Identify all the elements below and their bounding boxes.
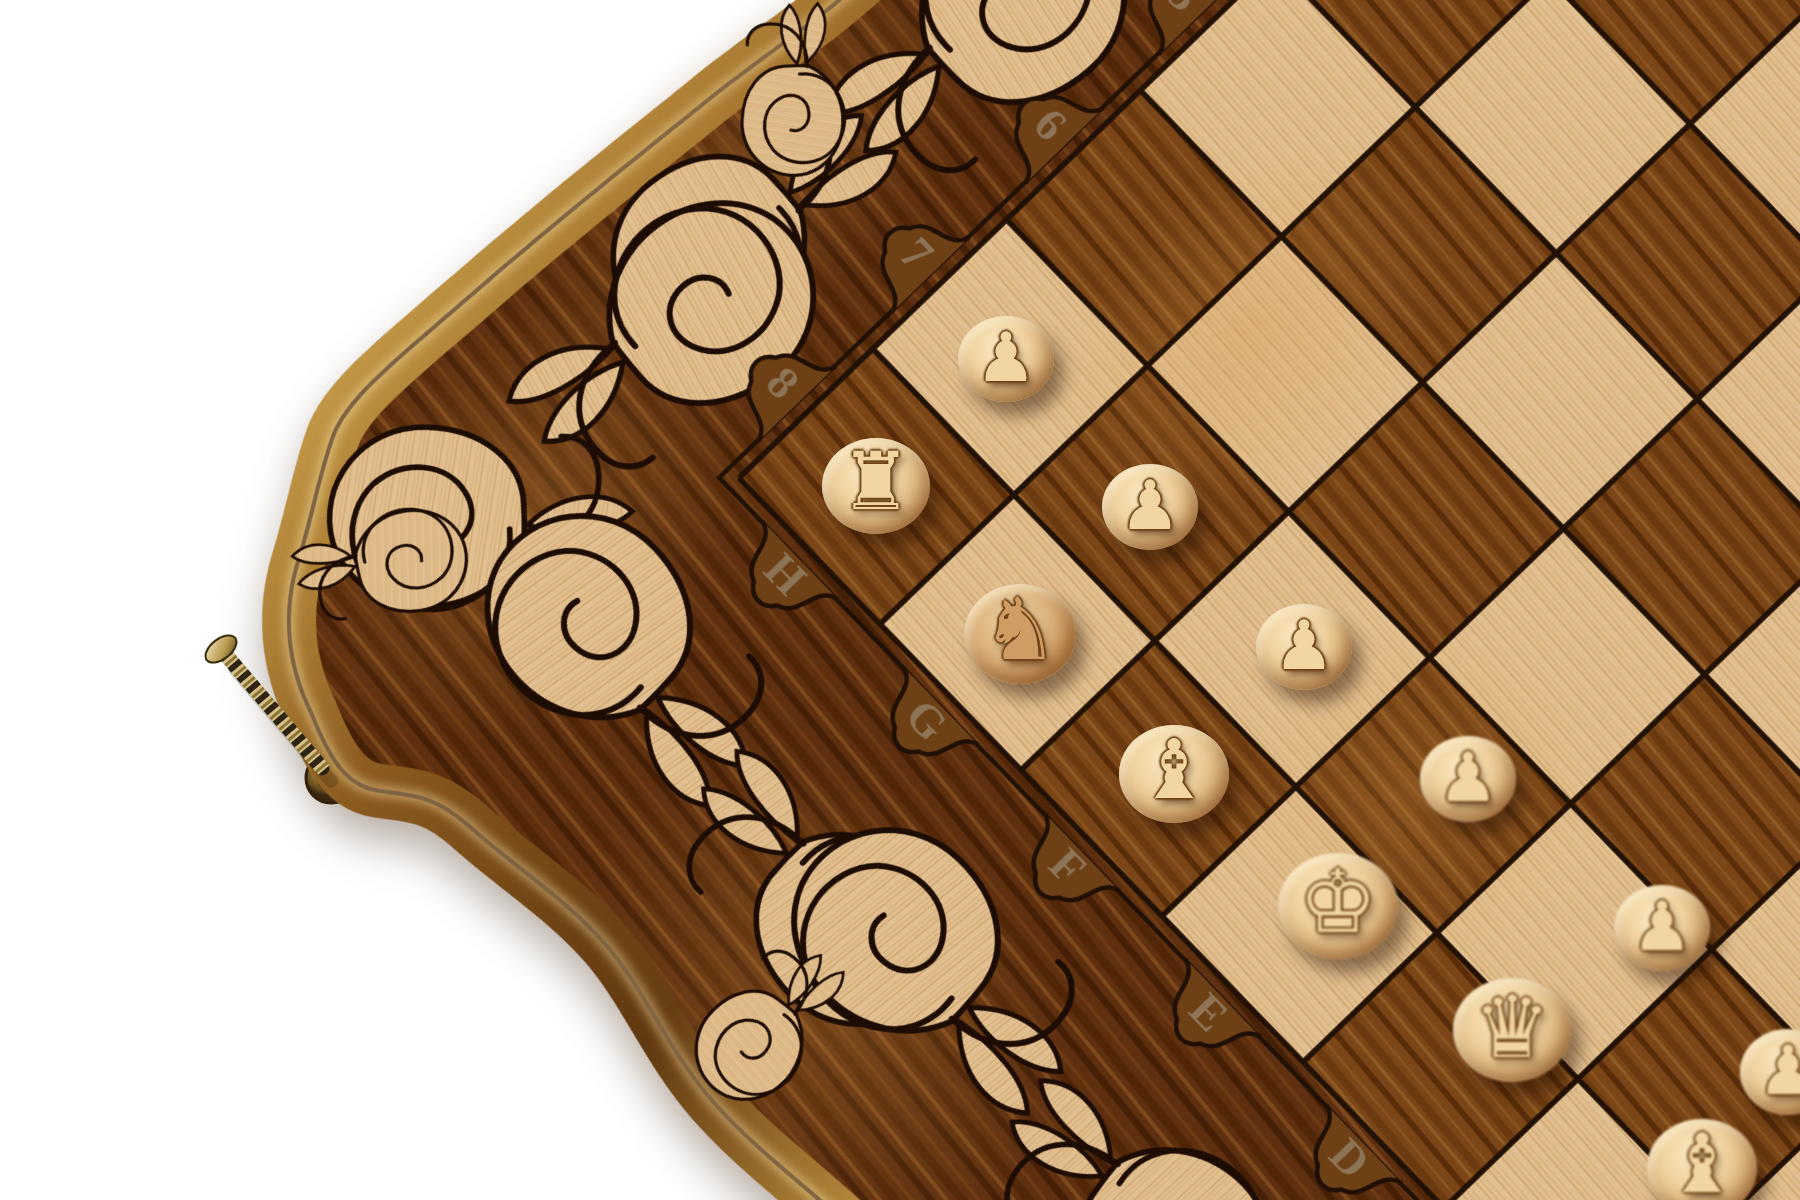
brass-latch[interactable]	[150, 595, 390, 815]
knight-glyph: ♞	[981, 586, 1058, 672]
rook-glyph: ♜	[840, 442, 912, 522]
piece-e8-king[interactable]: ♚	[1278, 853, 1398, 959]
piece-g8-knight[interactable]: ♞	[964, 584, 1076, 684]
piece-h7-pawn[interactable]: ♟	[958, 316, 1054, 402]
piece-d7-pawn[interactable]: ♟	[1614, 885, 1710, 971]
pawn-glyph: ♟	[1632, 893, 1693, 961]
pawn-glyph: ♟	[1120, 472, 1181, 540]
photo-canvas: 8 7 6 5 H G F E D ♟♜♟♞♟♝♟♚♟♛♟♝	[0, 0, 1800, 1200]
king-glyph: ♚	[1299, 858, 1378, 946]
piece-f7-pawn[interactable]: ♟	[1256, 604, 1352, 690]
piece-c8-bishop[interactable]: ♝	[1647, 1119, 1757, 1200]
pawn-glyph: ♟	[1758, 1037, 1800, 1105]
piece-g7-pawn[interactable]: ♟	[1102, 464, 1198, 550]
pawn-glyph: ♟	[1438, 744, 1499, 812]
bishop-glyph: ♝	[1137, 729, 1211, 811]
piece-e7-pawn[interactable]: ♟	[1420, 736, 1516, 822]
queen-glyph: ♛	[1473, 984, 1550, 1070]
pawn-glyph: ♟	[976, 324, 1037, 392]
piece-f8-bishop[interactable]: ♝	[1119, 725, 1229, 823]
piece-c7-pawn[interactable]: ♟	[1740, 1029, 1800, 1115]
pawn-glyph: ♟	[1274, 612, 1335, 680]
bishop-glyph: ♝	[1665, 1123, 1739, 1200]
piece-d8-queen[interactable]: ♛	[1453, 978, 1571, 1082]
piece-h8-rook[interactable]: ♜	[822, 438, 930, 534]
